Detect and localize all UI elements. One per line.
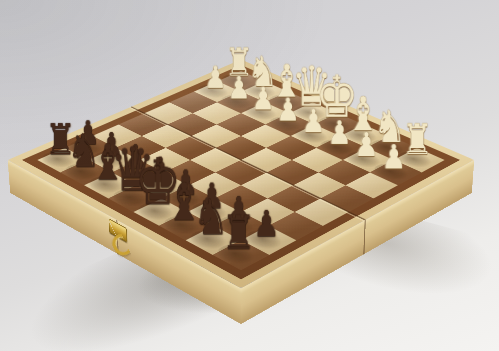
fold-seam-side xyxy=(363,220,366,255)
chess-board-box: ♜♞♝♛♚♝♞♜♟♟♟♟♟♟♟♟♟♟♟♟♟♟♟♟♜♞♝♛♚♝♞♜ xyxy=(8,59,475,288)
white-pawn: ♟ xyxy=(356,140,431,173)
chess-set-photo: ♜♞♝♛♚♝♞♜♟♟♟♟♟♟♟♟♟♟♟♟♟♟♟♟♜♞♝♛♚♝♞♜ xyxy=(76,0,406,325)
black-rook: ♜ xyxy=(198,210,279,256)
